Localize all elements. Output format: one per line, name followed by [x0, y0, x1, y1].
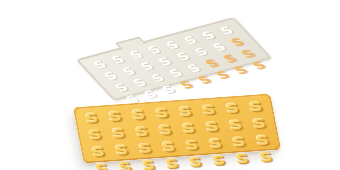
- mould-cavity: S: [243, 100, 269, 114]
- cutting-template-tray: SSSSSSSSSSSSSSSSSSSSSSSSSSSSSSSS: [75, 17, 272, 101]
- mould-cavity: S: [179, 139, 205, 153]
- mould-cavity: S: [136, 159, 162, 170]
- mould-cavity: S: [220, 102, 246, 116]
- mould-cavity: S: [82, 128, 108, 142]
- mould-cavity: S: [223, 119, 249, 133]
- mould-cavity: S: [102, 110, 128, 124]
- mould-cavity: S: [106, 127, 132, 141]
- mould-cavity: S: [79, 112, 105, 126]
- mould-cavity: S: [109, 144, 135, 158]
- mould-cavity-grid: SSSSSSSSSSSSSSSSSSSSSSSSSSSSSSSS: [75, 96, 279, 162]
- mould-cavity: S: [112, 160, 138, 170]
- product-photo: SSSSSSSSSSSSSSSSSSSSSSSSSSSSSSSS SSSSSSS…: [0, 0, 340, 170]
- mould-cavity: S: [246, 117, 272, 131]
- tray-hole-grid: SSSSSSSSSSSSSSSSSSSSSSSSSSSSSSSS: [79, 19, 269, 99]
- mould-cavity: S: [126, 108, 152, 122]
- silicone-mould: SSSSSSSSSSSSSSSSSSSSSSSSSSSSSSSS: [73, 93, 281, 163]
- mould-cavity: S: [156, 140, 182, 154]
- mould-cavity: S: [173, 105, 199, 119]
- mould-cavity: S: [86, 145, 112, 159]
- mould-cavity: S: [196, 103, 222, 117]
- mould-cavity: S: [199, 120, 225, 134]
- mould-cavity: S: [250, 134, 276, 148]
- mould-cavity: S: [253, 151, 279, 165]
- mould-cavity: S: [149, 107, 175, 121]
- mould-cavity: S: [206, 154, 232, 168]
- mould-cavity: S: [229, 152, 255, 166]
- mould-cavity: S: [153, 123, 179, 137]
- mould-cavity: S: [226, 135, 252, 149]
- mould-cavity: S: [89, 162, 115, 170]
- mould-cavity: S: [203, 137, 229, 151]
- mould-cavity: S: [159, 157, 185, 170]
- mould-cavity: S: [183, 155, 209, 169]
- mould-cavity: S: [132, 142, 158, 156]
- mould-cavity: S: [129, 125, 155, 139]
- mould-cavity: S: [176, 122, 202, 136]
